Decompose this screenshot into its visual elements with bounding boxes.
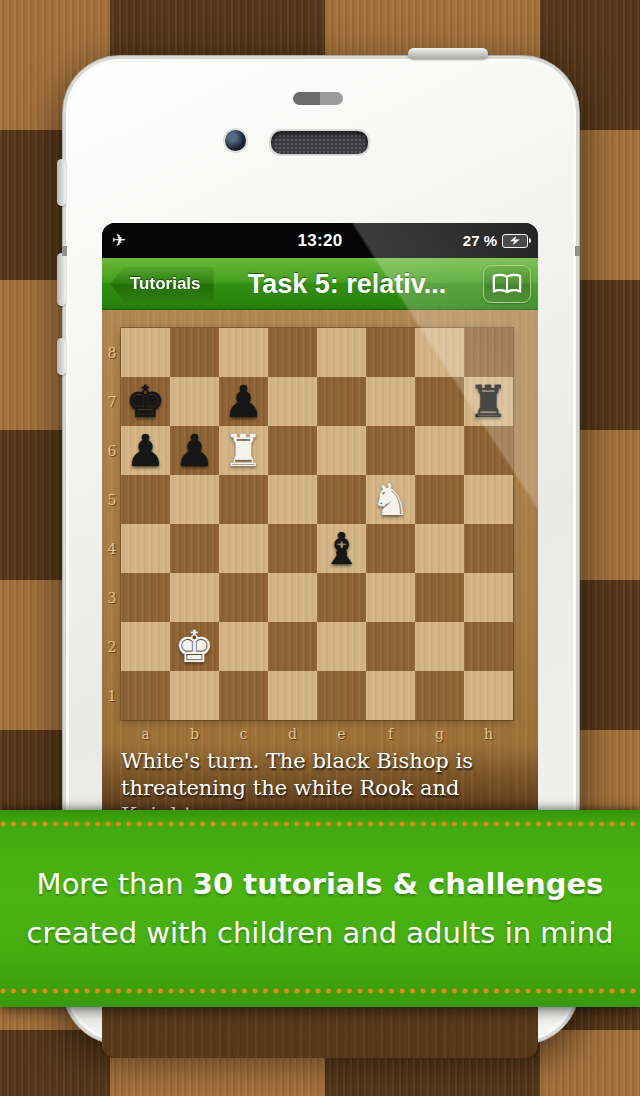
square-e6[interactable] — [317, 426, 366, 475]
square-f8[interactable] — [366, 328, 415, 377]
black-pawn[interactable]: ♟ — [224, 377, 263, 426]
file-label-f: f — [366, 722, 415, 746]
square-h6[interactable] — [464, 426, 513, 475]
proximity-sensor — [293, 92, 343, 105]
description-line: White's turn. The black Bishop is — [121, 748, 526, 775]
mute-switch — [57, 159, 66, 206]
square-d5[interactable] — [268, 475, 317, 524]
square-h1[interactable] — [464, 671, 513, 720]
square-a4[interactable] — [121, 524, 170, 573]
square-c7[interactable]: ♟ — [219, 377, 268, 426]
square-c2[interactable] — [219, 622, 268, 671]
rank-label-6: 6 — [105, 426, 119, 475]
banner-line-2: created with children and adults in mind — [27, 916, 614, 950]
banner-line-1: More than 30 tutorials & challenges — [37, 867, 604, 901]
white-rook[interactable]: ♜ — [224, 426, 263, 475]
square-f7[interactable] — [366, 377, 415, 426]
square-d1[interactable] — [268, 671, 317, 720]
book-button[interactable] — [483, 265, 531, 303]
square-b3[interactable] — [170, 573, 219, 622]
square-f1[interactable] — [366, 671, 415, 720]
square-f2[interactable] — [366, 622, 415, 671]
square-h4[interactable] — [464, 524, 513, 573]
file-label-h: h — [464, 722, 513, 746]
square-g2[interactable] — [415, 622, 464, 671]
square-c5[interactable] — [219, 475, 268, 524]
square-a2[interactable] — [121, 622, 170, 671]
square-h5[interactable] — [464, 475, 513, 524]
rank-label-5: 5 — [105, 475, 119, 524]
promo-banner: More than 30 tutorials & challenges crea… — [0, 810, 640, 1007]
square-c1[interactable] — [219, 671, 268, 720]
rank-label-2: 2 — [105, 622, 119, 671]
square-g6[interactable] — [415, 426, 464, 475]
white-knight[interactable]: ♞ — [371, 475, 410, 524]
battery-charging-icon — [502, 234, 528, 248]
square-d6[interactable] — [268, 426, 317, 475]
square-c6[interactable]: ♜ — [219, 426, 268, 475]
black-pawn[interactable]: ♟ — [126, 426, 165, 475]
square-a3[interactable] — [121, 573, 170, 622]
stitch-line-top — [0, 821, 640, 827]
square-b5[interactable] — [170, 475, 219, 524]
square-g4[interactable] — [415, 524, 464, 573]
rank-label-3: 3 — [105, 573, 119, 622]
banner-line1-bold: 30 tutorials & challenges — [193, 867, 604, 901]
book-icon — [492, 273, 522, 295]
square-f3[interactable] — [366, 573, 415, 622]
battery-group: 27 % — [463, 232, 528, 249]
front-camera — [225, 130, 246, 151]
lightning-bolt-icon — [509, 236, 521, 245]
square-a8[interactable] — [121, 328, 170, 377]
file-label-g: g — [415, 722, 464, 746]
square-c4[interactable] — [219, 524, 268, 573]
rank-label-4: 4 — [105, 524, 119, 573]
square-e8[interactable] — [317, 328, 366, 377]
square-f4[interactable] — [366, 524, 415, 573]
white-king[interactable]: ♚ — [175, 622, 214, 671]
square-e2[interactable] — [317, 622, 366, 671]
square-g1[interactable] — [415, 671, 464, 720]
file-label-b: b — [170, 722, 219, 746]
square-g7[interactable] — [415, 377, 464, 426]
antenna-gap-right — [575, 246, 580, 256]
square-d3[interactable] — [268, 573, 317, 622]
square-d7[interactable] — [268, 377, 317, 426]
square-e1[interactable] — [317, 671, 366, 720]
antenna-gap-left — [62, 246, 67, 256]
square-b6[interactable]: ♟ — [170, 426, 219, 475]
square-c8[interactable] — [219, 328, 268, 377]
tutorials-back-button[interactable]: Tutorials — [110, 267, 214, 301]
square-e5[interactable] — [317, 475, 366, 524]
black-pawn[interactable]: ♟ — [175, 426, 214, 475]
square-b1[interactable] — [170, 671, 219, 720]
banner-line1-regular: More than — [37, 867, 193, 901]
square-a1[interactable] — [121, 671, 170, 720]
square-h8[interactable] — [464, 328, 513, 377]
file-labels: abcdefgh — [121, 722, 513, 746]
file-label-c: c — [219, 722, 268, 746]
stitch-line-bottom — [0, 988, 640, 994]
square-b7[interactable] — [170, 377, 219, 426]
black-rook[interactable]: ♜ — [469, 377, 508, 426]
back-button-label: Tutorials — [130, 274, 201, 294]
square-h3[interactable] — [464, 573, 513, 622]
square-b8[interactable] — [170, 328, 219, 377]
status-bar: ✈ 13:20 27 % — [102, 223, 538, 258]
volume-up-button — [57, 253, 66, 306]
square-a5[interactable] — [121, 475, 170, 524]
square-a7[interactable]: ♚ — [121, 377, 170, 426]
square-d4[interactable] — [268, 524, 317, 573]
file-label-a: a — [121, 722, 170, 746]
volume-down-button — [57, 338, 66, 375]
square-f6[interactable] — [366, 426, 415, 475]
rank-label-8: 8 — [105, 328, 119, 377]
square-e3[interactable] — [317, 573, 366, 622]
chess-board[interactable]: ♚♟♜♟♟♜♞♝♚ — [121, 328, 513, 720]
square-b2[interactable]: ♚ — [170, 622, 219, 671]
power-button — [408, 48, 488, 59]
rank-label-1: 1 — [105, 671, 119, 720]
square-e4[interactable]: ♝ — [317, 524, 366, 573]
file-label-d: d — [268, 722, 317, 746]
square-h2[interactable] — [464, 622, 513, 671]
square-d8[interactable] — [268, 328, 317, 377]
black-king[interactable]: ♚ — [126, 377, 165, 426]
file-label-e: e — [317, 722, 366, 746]
square-h7[interactable]: ♜ — [464, 377, 513, 426]
square-g8[interactable] — [415, 328, 464, 377]
square-f5[interactable]: ♞ — [366, 475, 415, 524]
earpiece-speaker — [269, 129, 370, 156]
square-g3[interactable] — [415, 573, 464, 622]
square-b4[interactable] — [170, 524, 219, 573]
battery-percent: 27 % — [463, 232, 497, 249]
square-c3[interactable] — [219, 573, 268, 622]
square-g5[interactable] — [415, 475, 464, 524]
square-a6[interactable]: ♟ — [121, 426, 170, 475]
navigation-bar: Tutorials Task 5: relativ... — [102, 258, 538, 310]
square-e7[interactable] — [317, 377, 366, 426]
rank-label-7: 7 — [105, 377, 119, 426]
black-bishop[interactable]: ♝ — [322, 524, 361, 573]
square-d2[interactable] — [268, 622, 317, 671]
